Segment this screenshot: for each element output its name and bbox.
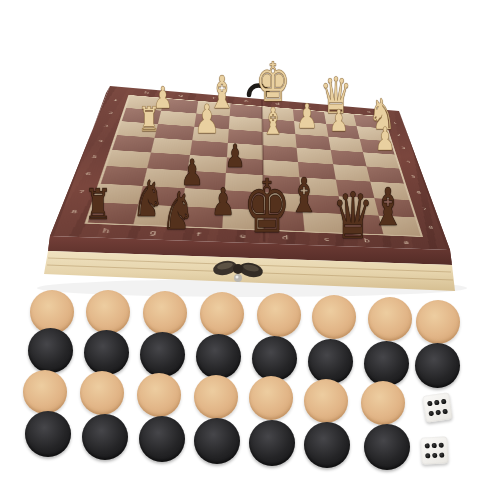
checker-light (80, 371, 124, 415)
checker-light (257, 293, 301, 337)
die-pip (438, 442, 444, 448)
checker-dark (28, 328, 73, 373)
checker-dark (308, 339, 353, 384)
checker-light (304, 379, 348, 423)
die-showing-6 (422, 392, 452, 422)
die-pip (442, 408, 448, 414)
checker-light (200, 292, 244, 336)
die-pip (431, 442, 437, 448)
checker-dark (140, 332, 185, 377)
die-pip (440, 398, 446, 404)
die-pip (431, 452, 437, 458)
checker-dark (304, 422, 350, 468)
checker-light (416, 300, 460, 344)
checker-light (312, 295, 356, 339)
checker-light (137, 373, 181, 417)
checker-light (368, 297, 412, 341)
die-pip (433, 399, 439, 405)
checker-light (143, 291, 187, 335)
die-showing-6 (420, 436, 448, 464)
product-photo-wooden-chess-set: { "game": "chess", "set_description": "W… (0, 0, 500, 500)
checker-dark (82, 414, 128, 460)
checker-dark (194, 418, 240, 464)
checker-dark (196, 334, 241, 379)
die-pip (438, 452, 444, 458)
checker-dark (249, 420, 295, 466)
checker-dark (364, 424, 410, 470)
checker-light (194, 375, 238, 419)
checker-light (23, 370, 67, 414)
checker-light (249, 376, 293, 420)
die-pip (424, 452, 430, 458)
checker-dark (252, 336, 297, 381)
die-pip (428, 410, 434, 416)
checker-dark (364, 341, 409, 386)
die-pip (426, 400, 432, 406)
die-pip (424, 443, 430, 449)
checker-dark (84, 330, 129, 375)
checker-light (361, 381, 405, 425)
checker-dark (25, 411, 71, 457)
checker-dark (415, 343, 460, 388)
die-pip (435, 409, 441, 415)
checkers-and-dice-layer (0, 0, 500, 500)
checker-dark (139, 416, 185, 462)
checker-light (86, 290, 130, 334)
